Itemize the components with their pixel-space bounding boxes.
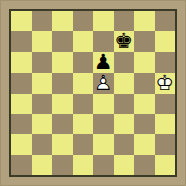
square-e8[interactable] <box>93 11 114 31</box>
square-g6[interactable] <box>134 52 155 73</box>
square-f6[interactable] <box>114 52 135 73</box>
square-h3[interactable] <box>155 114 176 134</box>
square-a1[interactable] <box>11 155 32 175</box>
square-c7[interactable] <box>52 31 73 52</box>
square-g7[interactable] <box>134 31 155 52</box>
square-b7[interactable] <box>32 31 53 52</box>
square-c3[interactable] <box>52 114 73 134</box>
square-c5[interactable] <box>52 73 73 93</box>
square-g2[interactable] <box>134 134 155 154</box>
square-e4[interactable] <box>93 94 114 114</box>
square-g8[interactable] <box>134 11 155 31</box>
square-a4[interactable] <box>11 94 32 114</box>
square-d7[interactable] <box>73 31 94 52</box>
square-h2[interactable] <box>155 134 176 154</box>
piece-white-king[interactable]: ♚♔ <box>155 73 176 93</box>
square-g1[interactable] <box>134 155 155 175</box>
square-b1[interactable] <box>32 155 53 175</box>
square-f7[interactable]: ♚ <box>114 31 135 52</box>
piece-white-pawn[interactable]: ♟♙ <box>93 73 114 93</box>
square-c6[interactable] <box>52 52 73 73</box>
piece-black-king[interactable]: ♚ <box>114 31 135 52</box>
square-d6[interactable] <box>73 52 94 73</box>
square-b8[interactable] <box>32 11 53 31</box>
square-a8[interactable] <box>11 11 32 31</box>
square-e5[interactable]: ♟♙ <box>93 73 114 93</box>
square-g4[interactable] <box>134 94 155 114</box>
square-c1[interactable] <box>52 155 73 175</box>
square-a2[interactable] <box>11 134 32 154</box>
square-d2[interactable] <box>73 134 94 154</box>
square-c4[interactable] <box>52 94 73 114</box>
square-e3[interactable] <box>93 114 114 134</box>
square-d5[interactable] <box>73 73 94 93</box>
square-g5[interactable] <box>134 73 155 93</box>
square-h5[interactable]: ♚♔ <box>155 73 176 93</box>
square-a6[interactable] <box>11 52 32 73</box>
square-h1[interactable] <box>155 155 176 175</box>
square-f1[interactable] <box>114 155 135 175</box>
square-d4[interactable] <box>73 94 94 114</box>
square-a5[interactable] <box>11 73 32 93</box>
white-pawn-icon: ♙ <box>93 73 114 93</box>
square-h8[interactable] <box>155 11 176 31</box>
square-c2[interactable] <box>52 134 73 154</box>
square-f8[interactable] <box>114 11 135 31</box>
square-d3[interactable] <box>73 114 94 134</box>
white-king-icon: ♔ <box>155 73 176 93</box>
square-b5[interactable] <box>32 73 53 93</box>
square-e7[interactable] <box>93 31 114 52</box>
square-a7[interactable] <box>11 31 32 52</box>
square-d8[interactable] <box>73 11 94 31</box>
square-a3[interactable] <box>11 114 32 134</box>
chess-board: ♚♟♟♙♚♔ <box>9 9 177 177</box>
square-d1[interactable] <box>73 155 94 175</box>
square-f4[interactable] <box>114 94 135 114</box>
board-frame: ♚♟♟♙♚♔ <box>0 0 186 186</box>
square-b2[interactable] <box>32 134 53 154</box>
square-h4[interactable] <box>155 94 176 114</box>
square-f3[interactable] <box>114 114 135 134</box>
square-f5[interactable] <box>114 73 135 93</box>
square-f2[interactable] <box>114 134 135 154</box>
square-c8[interactable] <box>52 11 73 31</box>
square-b6[interactable] <box>32 52 53 73</box>
square-g3[interactable] <box>134 114 155 134</box>
square-e2[interactable] <box>93 134 114 154</box>
square-e1[interactable] <box>93 155 114 175</box>
square-b4[interactable] <box>32 94 53 114</box>
square-b3[interactable] <box>32 114 53 134</box>
square-h7[interactable] <box>155 31 176 52</box>
